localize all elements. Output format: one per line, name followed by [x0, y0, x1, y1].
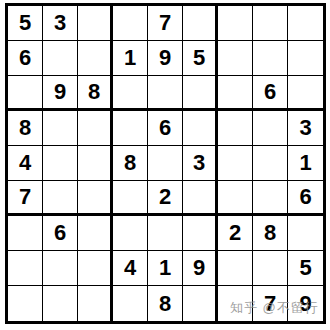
cell-r8c1[interactable]	[8, 251, 43, 286]
cell-r5c4[interactable]: 8	[113, 146, 148, 181]
cell-r8c7[interactable]	[218, 251, 253, 286]
cell-r3c6[interactable]	[183, 76, 218, 111]
cell-r5c2[interactable]	[43, 146, 78, 181]
cell-r2c3[interactable]	[78, 41, 113, 76]
cell-r1c2[interactable]: 3	[43, 6, 78, 41]
cell-r8c5[interactable]: 1	[148, 251, 183, 286]
cell-r8c9[interactable]: 5	[288, 251, 323, 286]
cell-r2c9[interactable]	[288, 41, 323, 76]
cell-r8c2[interactable]	[43, 251, 78, 286]
cell-r1c5[interactable]: 7	[148, 6, 183, 41]
cell-r2c8[interactable]	[253, 41, 288, 76]
cell-r4c9[interactable]: 3	[288, 111, 323, 146]
cell-r1c8[interactable]	[253, 6, 288, 41]
cell-r3c2[interactable]: 9	[43, 76, 78, 111]
sudoku-page: 537619598686348317266284195879 知乎 @不留行	[0, 0, 330, 330]
cell-r1c7[interactable]	[218, 6, 253, 41]
cell-r7c6[interactable]	[183, 216, 218, 251]
cell-r3c8[interactable]: 6	[253, 76, 288, 111]
cell-r2c4[interactable]: 1	[113, 41, 148, 76]
cell-r2c6[interactable]: 5	[183, 41, 218, 76]
cell-r6c7[interactable]	[218, 181, 253, 216]
cell-r4c8[interactable]	[253, 111, 288, 146]
cell-r9c6[interactable]	[183, 286, 218, 321]
cell-r4c7[interactable]	[218, 111, 253, 146]
cell-r7c5[interactable]	[148, 216, 183, 251]
cell-r4c3[interactable]	[78, 111, 113, 146]
cell-r9c8[interactable]: 7	[253, 286, 288, 321]
cell-r6c6[interactable]	[183, 181, 218, 216]
cell-r8c4[interactable]: 4	[113, 251, 148, 286]
cell-r9c2[interactable]	[43, 286, 78, 321]
cell-r5c1[interactable]: 4	[8, 146, 43, 181]
cell-r2c5[interactable]: 9	[148, 41, 183, 76]
cell-r9c1[interactable]	[8, 286, 43, 321]
cell-r8c3[interactable]	[78, 251, 113, 286]
cell-r5c6[interactable]: 3	[183, 146, 218, 181]
cell-r6c2[interactable]	[43, 181, 78, 216]
cell-r4c6[interactable]	[183, 111, 218, 146]
cell-r3c5[interactable]	[148, 76, 183, 111]
cell-r6c8[interactable]	[253, 181, 288, 216]
cell-r9c4[interactable]	[113, 286, 148, 321]
cell-r3c4[interactable]	[113, 76, 148, 111]
cell-r5c8[interactable]	[253, 146, 288, 181]
cell-r8c8[interactable]	[253, 251, 288, 286]
cell-r7c8[interactable]: 8	[253, 216, 288, 251]
cell-r7c1[interactable]	[8, 216, 43, 251]
cell-r3c3[interactable]: 8	[78, 76, 113, 111]
cell-r7c2[interactable]: 6	[43, 216, 78, 251]
cell-r1c4[interactable]	[113, 6, 148, 41]
cell-r2c7[interactable]	[218, 41, 253, 76]
cell-r1c6[interactable]	[183, 6, 218, 41]
cell-r6c4[interactable]	[113, 181, 148, 216]
cell-r6c3[interactable]	[78, 181, 113, 216]
cell-r9c7[interactable]	[218, 286, 253, 321]
cell-r7c4[interactable]	[113, 216, 148, 251]
sudoku-board: 537619598686348317266284195879	[5, 3, 326, 324]
cell-r4c4[interactable]	[113, 111, 148, 146]
cell-r4c2[interactable]	[43, 111, 78, 146]
cell-r5c3[interactable]	[78, 146, 113, 181]
cell-r3c1[interactable]	[8, 76, 43, 111]
cell-r9c3[interactable]	[78, 286, 113, 321]
cell-r1c3[interactable]	[78, 6, 113, 41]
cell-r6c1[interactable]: 7	[8, 181, 43, 216]
cell-r5c5[interactable]	[148, 146, 183, 181]
cell-r2c2[interactable]	[43, 41, 78, 76]
cell-r4c5[interactable]: 6	[148, 111, 183, 146]
cell-r7c7[interactable]: 2	[218, 216, 253, 251]
cell-r6c9[interactable]: 6	[288, 181, 323, 216]
cell-r6c5[interactable]: 2	[148, 181, 183, 216]
cell-r8c6[interactable]: 9	[183, 251, 218, 286]
cell-r4c1[interactable]: 8	[8, 111, 43, 146]
cell-r5c9[interactable]: 1	[288, 146, 323, 181]
cell-r3c7[interactable]	[218, 76, 253, 111]
cell-r9c9[interactable]: 9	[288, 286, 323, 321]
cell-r3c9[interactable]	[288, 76, 323, 111]
cell-r1c9[interactable]	[288, 6, 323, 41]
cell-r5c7[interactable]	[218, 146, 253, 181]
cell-r9c5[interactable]: 8	[148, 286, 183, 321]
cell-r1c1[interactable]: 5	[8, 6, 43, 41]
cell-r7c9[interactable]	[288, 216, 323, 251]
cell-r2c1[interactable]: 6	[8, 41, 43, 76]
cell-r7c3[interactable]	[78, 216, 113, 251]
